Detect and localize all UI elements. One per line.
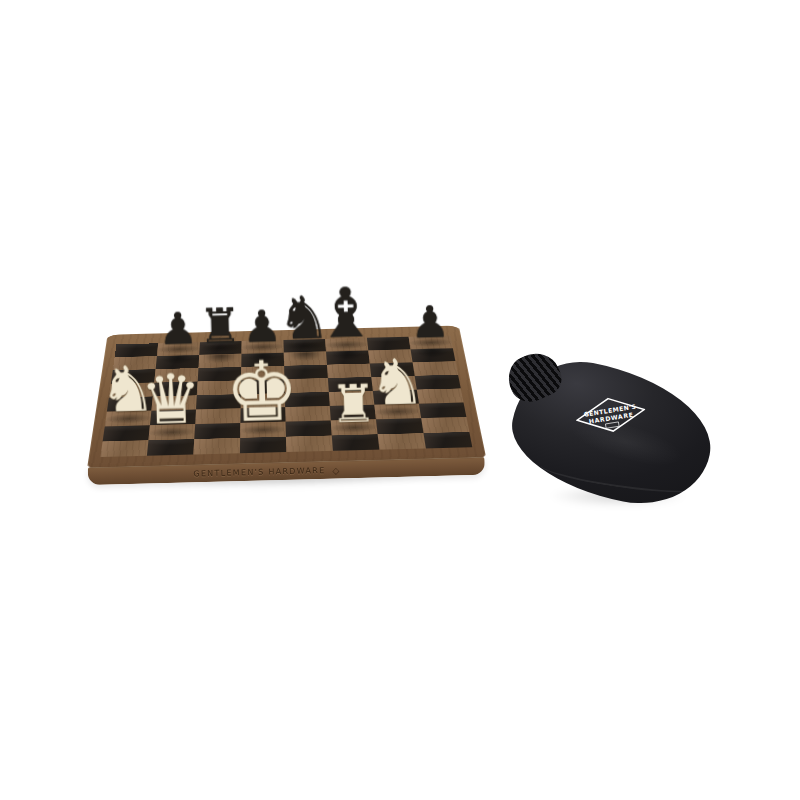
black-pawn-h8: ♟ <box>410 302 450 343</box>
square-e1 <box>286 435 333 452</box>
square-g3: ♞ <box>374 404 421 420</box>
square-h3 <box>419 402 466 418</box>
square-c1 <box>193 438 240 455</box>
board-engraving-text: GENTLEMEN'S HARDWARE <box>193 466 325 478</box>
square-f8: ♝ <box>325 338 368 352</box>
black-pawn-d8: ♟ <box>242 306 282 347</box>
product-photo-canvas: ♟♜♟♞♝♟♞♞♛♚♜ GENTLEMEN'S HARDWARE ◇ GENTL… <box>0 0 800 800</box>
white-queen-b2: ♛ <box>140 369 203 433</box>
square-h2 <box>421 417 469 433</box>
chess-board: ♟♜♟♞♝♟♞♞♛♚♜ <box>87 325 487 469</box>
white-king-d2: ♚ <box>224 353 300 431</box>
diamond-logo-icon: ◇ <box>332 465 339 475</box>
black-rook-c8: ♜ <box>198 303 242 348</box>
board-engraving: GENTLEMEN'S HARDWARE ◇ <box>193 465 339 479</box>
black-pawn-b8: ♟ <box>158 308 198 349</box>
bag-logo-small-tag <box>605 422 619 428</box>
square-g1 <box>378 433 426 450</box>
black-bishop-f8: ♝ <box>314 281 377 346</box>
chess-board-grid: ♟♜♟♞♝♟♞♞♛♚♜ <box>100 336 472 457</box>
square-f1 <box>332 434 380 451</box>
drawstring-bag: GENTLEMEN'S HARDWARE <box>500 352 728 517</box>
square-b1 <box>147 439 194 456</box>
square-a1 <box>100 440 148 457</box>
white-rook-f2: ♜ <box>330 379 378 428</box>
square-d2: ♚ <box>240 422 286 438</box>
square-g2 <box>376 418 424 434</box>
square-h1 <box>423 432 472 449</box>
square-d1 <box>240 437 286 454</box>
square-f2: ♜ <box>331 419 378 435</box>
square-f7 <box>326 351 370 365</box>
square-b2: ♛ <box>148 424 195 440</box>
